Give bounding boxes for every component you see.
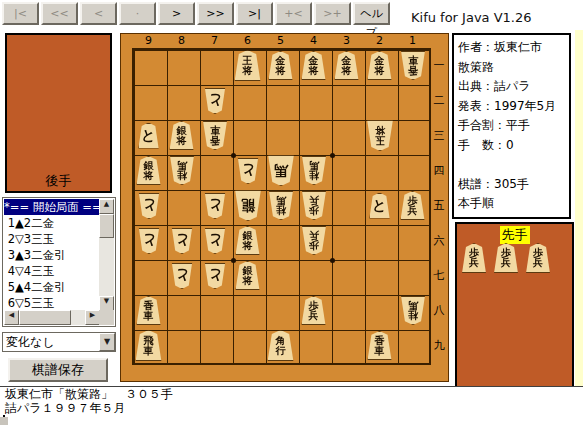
file-label-4: 4: [297, 34, 330, 47]
gote-piece-桂[interactable]: 桂馬: [400, 296, 426, 325]
vertical-scrollbar[interactable]: ▲ ▼: [99, 199, 114, 311]
move-list-item[interactable]: 5▲4二金引: [4, 279, 100, 295]
variation-dropdown[interactable]: 変化なし ▼: [2, 332, 116, 352]
square-9六[interactable]: と: [132, 223, 165, 258]
square-7四[interactable]: [198, 153, 231, 188]
sente-piece-銀[interactable]: 銀将: [235, 261, 261, 290]
square-7八[interactable]: [198, 293, 231, 328]
toolbar-button-<<[interactable]: <<: [41, 2, 78, 25]
move-list-item[interactable]: 4▽4三玉: [4, 263, 100, 279]
info-line: 出典：詰パラ: [458, 77, 565, 97]
move-list-item[interactable]: 1▲2二金: [4, 215, 100, 231]
vertical-scroll-thumb[interactable]: [99, 214, 114, 238]
square-5八[interactable]: [264, 293, 297, 328]
square-7七[interactable]: と: [198, 258, 231, 293]
toolbar-button-|<[interactable]: |<: [2, 2, 39, 25]
gote-captured-tray[interactable]: 後手: [5, 33, 112, 193]
scroll-down-icon[interactable]: ▼: [99, 296, 114, 311]
toolbar-button->[interactable]: >: [158, 2, 195, 25]
gote-piece-馬[interactable]: 馬: [267, 155, 295, 186]
square-6七[interactable]: 銀将: [231, 258, 264, 293]
sente-piece-角[interactable]: 角行: [267, 330, 295, 361]
sente-piece-銀[interactable]: 銀将: [235, 226, 261, 255]
gote-piece-桂[interactable]: 桂馬: [169, 156, 195, 185]
rank-label-六: 六: [431, 233, 447, 248]
square-6四[interactable]: と: [231, 153, 264, 188]
app-title: Kifu for Java V1.26: [411, 10, 532, 25]
info-line: 本手順: [458, 194, 565, 214]
square-8二[interactable]: [165, 83, 198, 118]
square-3五[interactable]: [330, 188, 363, 223]
square-3七[interactable]: [330, 258, 363, 293]
file-label-2: 2: [363, 34, 396, 47]
right-margin-strip: [575, 30, 583, 390]
sente-captured-tray[interactable]: 先手 歩兵歩兵歩兵: [455, 222, 574, 390]
info-line: 棋譜：305手: [458, 175, 565, 195]
square-7五[interactable]: と: [198, 188, 231, 223]
resize-corner: [0, 417, 8, 425]
square-3六[interactable]: [330, 223, 363, 258]
gote-piece-と[interactable]: と: [237, 158, 259, 184]
info-line: [458, 155, 565, 175]
square-4七[interactable]: [297, 258, 330, 293]
gote-label: 後手: [7, 172, 110, 190]
scroll-left-icon[interactable]: ◀: [4, 310, 19, 325]
sente-piece-香[interactable]: 香車: [136, 296, 162, 325]
app-window: |<<<<·>>>>|+<>+ヘルプ Kifu for Java V1.26 後…: [0, 0, 583, 425]
sente-piece-銀[interactable]: 銀将: [136, 156, 162, 185]
square-7三[interactable]: 香車: [198, 118, 231, 153]
square-4五[interactable]: 歩兵: [297, 188, 330, 223]
square-4三[interactable]: [297, 118, 330, 153]
comment-line: 詰パラ１９９７年５月: [5, 402, 583, 416]
square-1七[interactable]: [396, 258, 429, 293]
square-4二[interactable]: [297, 83, 330, 118]
square-2七[interactable]: [363, 258, 396, 293]
square-9九[interactable]: 飛車: [132, 328, 165, 363]
square-6八[interactable]: [231, 293, 264, 328]
sente-piece-金[interactable]: 金将: [301, 51, 327, 80]
square-7九[interactable]: [198, 328, 231, 363]
square-3三[interactable]: [330, 118, 363, 153]
gote-piece-と[interactable]: と: [171, 263, 193, 289]
square-9二[interactable]: [132, 83, 165, 118]
gote-piece-龍[interactable]: 龍: [234, 190, 262, 221]
square-2九[interactable]: 香車: [363, 328, 396, 363]
shogi-board: 987654321 一二三四五六七八九 王将金将金将金将金将香車とと銀将香車玉将…: [120, 33, 449, 382]
move-list-header[interactable]: *== 開始局面 ==: [4, 199, 100, 215]
scroll-right-icon[interactable]: ▶: [85, 310, 100, 325]
square-4九[interactable]: [297, 328, 330, 363]
info-line: 手合割：平手: [458, 116, 565, 136]
square-5四[interactable]: 馬: [264, 153, 297, 188]
scrollbar-corner: [99, 310, 114, 325]
square-6二[interactable]: [231, 83, 264, 118]
square-8五[interactable]: [165, 188, 198, 223]
hoshi-dot: [231, 258, 236, 263]
square-4一[interactable]: 金将: [297, 48, 330, 83]
toolbar-button-+<[interactable]: +<: [275, 2, 312, 25]
info-line: 作者：坂東仁市: [458, 38, 565, 58]
gote-piece-歩[interactable]: 歩兵: [301, 226, 327, 255]
sente-piece-歩[interactable]: 歩兵: [493, 243, 519, 273]
file-label-7: 7: [198, 34, 231, 47]
sente-piece-と[interactable]: と: [369, 193, 391, 219]
sente-hand-pieces: 歩兵歩兵歩兵: [461, 243, 551, 273]
square-8七[interactable]: と: [165, 258, 198, 293]
rank-label-八: 八: [431, 303, 447, 318]
square-6三[interactable]: [231, 118, 264, 153]
square-1四[interactable]: [396, 153, 429, 188]
toolbar-button-ヘルプ[interactable]: ヘルプ: [353, 2, 390, 25]
square-8三[interactable]: 銀将: [165, 118, 198, 153]
square-7六[interactable]: と: [198, 223, 231, 258]
move-list[interactable]: *== 開始局面 == 1▲2二金 2▽3三玉 3▲3二金引 4▽4三玉 5▲4…: [2, 197, 116, 327]
gote-piece-桂[interactable]: 桂馬: [268, 191, 294, 220]
square-9四[interactable]: 銀将: [132, 153, 165, 188]
square-3二[interactable]: [330, 83, 363, 118]
chevron-down-icon[interactable]: ▼: [99, 333, 115, 351]
hoshi-dot: [330, 258, 335, 263]
square-3九[interactable]: [330, 328, 363, 363]
toolbar-button->>[interactable]: >>: [197, 2, 234, 25]
sente-piece-銀[interactable]: 銀将: [169, 121, 195, 150]
move-list-items[interactable]: *== 開始局面 == 1▲2二金 2▽3三玉 3▲3二金引 4▽4三玉 5▲4…: [4, 199, 100, 311]
square-6九[interactable]: [231, 328, 264, 363]
file-label-9: 9: [132, 34, 165, 47]
sente-piece-歩[interactable]: 歩兵: [461, 243, 487, 273]
file-label-1: 1: [396, 34, 429, 47]
gote-piece-と[interactable]: と: [138, 228, 160, 254]
rank-label-二: 二: [431, 93, 447, 108]
scroll-up-icon[interactable]: ▲: [99, 199, 114, 214]
square-6六[interactable]: 銀将: [231, 223, 264, 258]
variation-value: 変化なし: [6, 335, 55, 349]
comment-textarea[interactable]: 坂東仁市「散策路」 ３０５手詰パラ１９９７年５月: [0, 386, 583, 425]
move-list-item[interactable]: 6▽5三玉: [4, 295, 100, 311]
square-5二[interactable]: [264, 83, 297, 118]
save-kifu-button[interactable]: 棋譜保存: [8, 358, 108, 382]
square-3八[interactable]: [330, 293, 363, 328]
info-line: 手 数：0: [458, 136, 565, 156]
square-9八[interactable]: 香車: [132, 293, 165, 328]
sente-label: 先手: [500, 226, 530, 244]
toolbar-button-<[interactable]: <: [80, 2, 117, 25]
info-line: 散策路: [458, 58, 565, 78]
sente-piece-飛[interactable]: 飛車: [135, 330, 163, 361]
square-6五[interactable]: 龍: [231, 188, 264, 223]
gote-piece-と[interactable]: と: [204, 228, 226, 254]
sente-piece-と[interactable]: と: [138, 123, 160, 149]
square-5七[interactable]: [264, 258, 297, 293]
gote-piece-玉[interactable]: 玉将: [366, 120, 394, 151]
rank-label-三: 三: [431, 128, 447, 143]
gote-piece-歩[interactable]: 歩兵: [301, 191, 327, 220]
gote-piece-と[interactable]: と: [204, 88, 226, 114]
gote-piece-と[interactable]: と: [138, 193, 160, 219]
square-7二[interactable]: と: [198, 83, 231, 118]
square-2二[interactable]: [363, 83, 396, 118]
toolbar-button-·[interactable]: ·: [119, 2, 156, 25]
gote-piece-香[interactable]: 香車: [202, 121, 228, 150]
sente-piece-香[interactable]: 香車: [367, 331, 393, 360]
sente-piece-歩[interactable]: 歩兵: [301, 296, 327, 325]
sente-piece-歩[interactable]: 歩兵: [400, 191, 426, 220]
square-1五[interactable]: 歩兵: [396, 188, 429, 223]
square-3一[interactable]: 金将: [330, 48, 363, 83]
square-8八[interactable]: [165, 293, 198, 328]
toolbar-button->+[interactable]: >+: [314, 2, 351, 25]
square-1三[interactable]: [396, 118, 429, 153]
rank-label-五: 五: [431, 198, 447, 213]
square-2五[interactable]: と: [363, 188, 396, 223]
square-7一[interactable]: [198, 48, 231, 83]
square-9七[interactable]: [132, 258, 165, 293]
move-list-item[interactable]: 2▽3三玉: [4, 231, 100, 247]
info-line: 発表：1997年5月: [458, 97, 565, 117]
file-label-6: 6: [231, 34, 264, 47]
sente-piece-金[interactable]: 金将: [334, 51, 360, 80]
square-4四[interactable]: 桂馬: [297, 153, 330, 188]
square-2三[interactable]: 玉将: [363, 118, 396, 153]
square-5九[interactable]: 角行: [264, 328, 297, 363]
square-9一[interactable]: [132, 48, 165, 83]
kifu-info-panel: 作者：坂東仁市散策路出典：詰パラ発表：1997年5月手合割：平手手 数：0 棋譜…: [452, 33, 571, 219]
square-9三[interactable]: と: [132, 118, 165, 153]
rank-label-七: 七: [431, 268, 447, 283]
square-5五[interactable]: 桂馬: [264, 188, 297, 223]
rank-label-一: 一: [431, 58, 447, 73]
sente-piece-金[interactable]: 金将: [268, 51, 294, 80]
gote-piece-と[interactable]: と: [171, 228, 193, 254]
square-1二[interactable]: [396, 83, 429, 118]
rank-label-九: 九: [431, 338, 447, 353]
square-3四[interactable]: [330, 153, 363, 188]
square-2四[interactable]: [363, 153, 396, 188]
comment-line: 坂東仁市「散策路」 ３０５手: [5, 388, 583, 402]
square-9五[interactable]: と: [132, 188, 165, 223]
square-8九[interactable]: [165, 328, 198, 363]
move-list-item[interactable]: 3▲3二金引: [4, 247, 100, 263]
sente-piece-金[interactable]: 金将: [367, 51, 393, 80]
sente-piece-王[interactable]: 王将: [234, 50, 262, 81]
gote-piece-桂[interactable]: 桂馬: [301, 156, 327, 185]
square-8一[interactable]: [165, 48, 198, 83]
square-1一[interactable]: 香車: [396, 48, 429, 83]
square-4六[interactable]: 歩兵: [297, 223, 330, 258]
square-2八[interactable]: [363, 293, 396, 328]
horizontal-scroll-thumb[interactable]: [19, 310, 71, 325]
square-4八[interactable]: 歩兵: [297, 293, 330, 328]
rank-label-四: 四: [431, 163, 447, 178]
square-1八[interactable]: 桂馬: [396, 293, 429, 328]
square-5一[interactable]: 金将: [264, 48, 297, 83]
square-1九[interactable]: [396, 328, 429, 363]
board-grid[interactable]: 王将金将金将金将金将香車とと銀将香車玉将銀将桂馬と馬桂馬とと龍桂馬歩兵と歩兵とと…: [132, 48, 431, 365]
hoshi-dot: [231, 153, 236, 158]
toolbar-button->|[interactable]: >|: [236, 2, 273, 25]
square-1六[interactable]: [396, 223, 429, 258]
file-label-8: 8: [165, 34, 198, 47]
file-label-5: 5: [264, 34, 297, 47]
file-label-3: 3: [330, 34, 363, 47]
gote-piece-と[interactable]: と: [204, 263, 226, 289]
square-8四[interactable]: 桂馬: [165, 153, 198, 188]
hoshi-dot: [330, 153, 335, 158]
square-5三[interactable]: [264, 118, 297, 153]
gote-piece-と[interactable]: と: [204, 193, 226, 219]
square-2六[interactable]: [363, 223, 396, 258]
square-8六[interactable]: と: [165, 223, 198, 258]
square-6一[interactable]: 王将: [231, 48, 264, 83]
square-5六[interactable]: [264, 223, 297, 258]
sente-piece-歩[interactable]: 歩兵: [525, 243, 551, 273]
horizontal-scrollbar[interactable]: ◀ ▶: [4, 310, 100, 325]
square-2一[interactable]: 金将: [363, 48, 396, 83]
gote-piece-香[interactable]: 香車: [400, 51, 426, 80]
